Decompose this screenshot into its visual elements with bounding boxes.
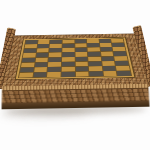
square-e2 xyxy=(75,66,88,71)
square-e1 xyxy=(75,72,88,77)
square-a1 xyxy=(19,73,33,78)
square-d2 xyxy=(62,67,75,72)
square-c2 xyxy=(48,67,61,72)
carved-board-frame xyxy=(1,33,149,87)
square-f2 xyxy=(89,66,102,71)
square-d1 xyxy=(61,72,74,77)
square-h3 xyxy=(115,61,128,66)
chessboard xyxy=(16,38,135,80)
square-c1 xyxy=(47,72,60,77)
photo-background xyxy=(0,0,150,150)
square-h1 xyxy=(117,71,131,76)
square-g2 xyxy=(103,66,116,71)
box-front-face xyxy=(1,84,149,110)
chess-box xyxy=(0,0,150,150)
square-b1 xyxy=(33,72,47,77)
square-g1 xyxy=(103,71,117,76)
square-a2 xyxy=(20,67,34,72)
square-h2 xyxy=(116,66,130,71)
square-b2 xyxy=(34,67,47,72)
square-f1 xyxy=(89,71,103,76)
cast-shadow-soft xyxy=(1,108,91,119)
